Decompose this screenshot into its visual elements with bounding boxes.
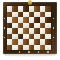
board-frame: [3, 2, 57, 54]
chess-board-grid: [7, 6, 51, 50]
frame-inlay-bottom: [11, 51, 49, 52]
brass-latch-knob-icon: [28, 0, 33, 5]
frame-inlay-right: [53, 10, 54, 46]
square-h1[interactable]: [45, 45, 51, 51]
chess-board-photo: [0, 0, 60, 60]
frame-inlay-left: [4, 10, 5, 46]
